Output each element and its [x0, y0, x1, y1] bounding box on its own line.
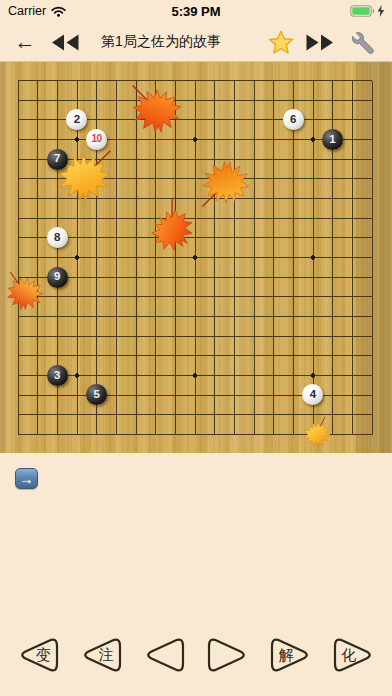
battery-icon	[350, 5, 375, 17]
nav-bar: ← 第1局之佐为的故事	[0, 22, 392, 62]
move-number: 9	[54, 271, 60, 283]
clock: 5:39 PM	[0, 4, 392, 19]
variation-label: 变	[36, 648, 51, 663]
stone-white-10: 10	[86, 129, 107, 150]
variation-button[interactable]: 变	[16, 632, 62, 678]
step-forward-button[interactable]	[204, 632, 250, 678]
status-bar: Carrier 5:39 PM	[0, 0, 392, 22]
move-number: 7	[54, 153, 60, 165]
app-screen: Carrier 5:39 PM ←	[0, 0, 392, 696]
answer-button[interactable]: 解	[267, 632, 313, 678]
stones-layer: 12345678910	[8, 71, 382, 445]
back-icon[interactable]: ←	[12, 29, 38, 55]
fast-forward-icon[interactable]	[304, 22, 334, 62]
stone-black-1: 1	[322, 129, 343, 150]
favorite-star-icon[interactable]	[266, 22, 296, 62]
stone-black-3: 3	[47, 365, 68, 386]
move-number: 6	[290, 114, 296, 126]
move-number: 5	[93, 389, 99, 401]
comment-button[interactable]: 注	[79, 632, 125, 678]
stone-white-6: 6	[283, 109, 304, 130]
bottom-toolbar: 变 注 解 化	[0, 632, 392, 679]
transform-label: 化	[341, 648, 356, 663]
wrench-icon[interactable]	[348, 22, 378, 62]
stone-black-5: 5	[86, 384, 107, 405]
page-title: 第1局之佐为的故事	[60, 22, 262, 62]
stone-white-8: 8	[47, 227, 68, 248]
stone-white-4: 4	[302, 384, 323, 405]
charging-bolt-icon	[377, 5, 385, 17]
stone-black-7: 7	[47, 149, 68, 170]
stone-white-2: 2	[66, 109, 87, 130]
move-number: 1	[329, 134, 335, 146]
transform-button[interactable]: 化	[330, 632, 376, 678]
comment-label: 注	[98, 648, 113, 663]
battery-group	[350, 5, 385, 17]
move-number: 10	[92, 134, 102, 144]
move-number: 4	[310, 389, 316, 401]
stone-black-9: 9	[47, 267, 68, 288]
step-back-button[interactable]	[142, 632, 188, 678]
move-number: 2	[74, 114, 80, 126]
go-board[interactable]: 12345678910	[0, 62, 392, 453]
answer-label: 解	[279, 648, 294, 663]
advance-move-button[interactable]: →	[15, 468, 38, 489]
move-number: 8	[54, 232, 60, 244]
move-number: 3	[54, 370, 60, 382]
